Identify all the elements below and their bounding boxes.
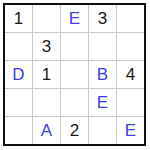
cell-r1c1[interactable]: 1 [5,5,32,32]
cell-r4c5[interactable] [117,89,144,116]
cell-r5c1[interactable] [5,117,32,144]
cell-r3c2[interactable]: 1 [33,61,60,88]
cell-r4c3[interactable] [61,89,88,116]
cell-r4c4[interactable]: E [89,89,116,116]
cell-r3c3[interactable] [61,61,88,88]
cell-r3c1[interactable]: D [5,61,32,88]
cell-r2c4[interactable] [89,33,116,60]
cell-r2c3[interactable] [61,33,88,60]
cell-r5c3[interactable]: 2 [61,117,88,144]
cell-r1c3[interactable]: E [61,5,88,32]
cell-r5c5[interactable]: E [117,117,144,144]
cell-r3c5[interactable]: 4 [117,61,144,88]
puzzle-board: 1 E 3 3 D 1 B 4 E A 2 E [3,3,146,146]
cell-r4c2[interactable] [33,89,60,116]
cell-r2c2[interactable]: 3 [33,33,60,60]
cell-r2c5[interactable] [117,33,144,60]
cell-r1c5[interactable] [117,5,144,32]
cell-r1c2[interactable] [33,5,60,32]
cell-r5c4[interactable] [89,117,116,144]
cell-r2c1[interactable] [5,33,32,60]
cell-r3c4[interactable]: B [89,61,116,88]
cell-r5c2[interactable]: A [33,117,60,144]
cell-r4c1[interactable] [5,89,32,116]
cell-r1c4[interactable]: 3 [89,5,116,32]
